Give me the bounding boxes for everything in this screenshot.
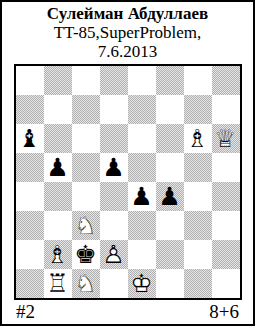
square-h8	[212, 66, 240, 95]
square-f6	[156, 124, 184, 153]
footer: #2 8+6	[2, 300, 253, 323]
square-g5	[184, 153, 212, 182]
square-g2	[184, 240, 212, 269]
square-h1	[212, 269, 240, 298]
square-c6	[72, 124, 100, 153]
square-h2	[212, 240, 240, 269]
square-h3	[212, 211, 240, 240]
piece-white-knight: ♞♘	[72, 211, 100, 240]
square-b1: ♜♖	[44, 269, 72, 298]
square-f8	[156, 66, 184, 95]
square-e6	[128, 124, 156, 153]
square-b7	[44, 95, 72, 124]
square-d6	[100, 124, 128, 153]
square-a4	[16, 182, 44, 211]
square-e5	[128, 153, 156, 182]
square-b4	[44, 182, 72, 211]
chess-board: ♝♝♗♛♕♟♟♟♟♞♘♝♗♚♟♙♜♖♞♘♚♔	[14, 64, 242, 300]
square-b3	[44, 211, 72, 240]
square-g4	[184, 182, 212, 211]
square-h4	[212, 182, 240, 211]
tournament-title: TT-85,SuperProblem,	[2, 23, 253, 42]
square-d2: ♟♙	[100, 240, 128, 269]
square-c3: ♞♘	[72, 211, 100, 240]
square-d5: ♟	[100, 153, 128, 182]
piece-white-king: ♚♔	[128, 269, 156, 298]
square-b6	[44, 124, 72, 153]
square-c1: ♞♘	[72, 269, 100, 298]
square-f3	[156, 211, 184, 240]
square-d7	[100, 95, 128, 124]
square-e2	[128, 240, 156, 269]
square-f4: ♟	[156, 182, 184, 211]
piece-black-bishop: ♝	[16, 124, 44, 153]
square-g3	[184, 211, 212, 240]
square-d4	[100, 182, 128, 211]
square-g6: ♝♗	[184, 124, 212, 153]
square-a2	[16, 240, 44, 269]
square-f5	[156, 153, 184, 182]
piece-black-pawn: ♟	[44, 153, 72, 182]
piece-white-bishop: ♝♗	[44, 240, 72, 269]
tournament-date: 7.6.2013	[2, 42, 253, 61]
square-a3	[16, 211, 44, 240]
square-c4	[72, 182, 100, 211]
piece-white-rook: ♜♖	[44, 269, 72, 298]
square-b5: ♟	[44, 153, 72, 182]
composer-name: Сулейман Абдуллаев	[2, 4, 253, 23]
piece-black-pawn: ♟	[156, 182, 184, 211]
square-e8	[128, 66, 156, 95]
square-e7	[128, 95, 156, 124]
square-h7	[212, 95, 240, 124]
piece-white-knight: ♞♘	[72, 269, 100, 298]
square-d8	[100, 66, 128, 95]
piece-black-king: ♚	[72, 240, 100, 269]
square-c2: ♚	[72, 240, 100, 269]
square-d3	[100, 211, 128, 240]
piece-black-pawn: ♟	[128, 182, 156, 211]
square-f7	[156, 95, 184, 124]
piece-black-pawn: ♟	[100, 153, 128, 182]
square-g7	[184, 95, 212, 124]
square-f1	[156, 269, 184, 298]
square-a5	[16, 153, 44, 182]
square-g1	[184, 269, 212, 298]
square-a7	[16, 95, 44, 124]
square-h6: ♛♕	[212, 124, 240, 153]
square-a1	[16, 269, 44, 298]
piece-white-queen: ♛♕	[212, 124, 240, 153]
square-c8	[72, 66, 100, 95]
square-d1	[100, 269, 128, 298]
square-b8	[44, 66, 72, 95]
square-e3	[128, 211, 156, 240]
square-a6: ♝	[16, 124, 44, 153]
material-count-label: 8+6	[209, 301, 239, 323]
square-c7	[72, 95, 100, 124]
square-g8	[184, 66, 212, 95]
piece-white-bishop: ♝♗	[184, 124, 212, 153]
square-c5	[72, 153, 100, 182]
square-h5	[212, 153, 240, 182]
square-f2	[156, 240, 184, 269]
square-e4: ♟	[128, 182, 156, 211]
square-a8	[16, 66, 44, 95]
header: Сулейман Абдуллаев TT-85,SuperProblem, 7…	[2, 2, 253, 61]
problem-diagram-card: Сулейман Абдуллаев TT-85,SuperProblem, 7…	[0, 0, 255, 326]
stipulation-label: #2	[16, 301, 35, 323]
piece-white-pawn: ♟♙	[100, 240, 128, 269]
square-e1: ♚♔	[128, 269, 156, 298]
square-b2: ♝♗	[44, 240, 72, 269]
